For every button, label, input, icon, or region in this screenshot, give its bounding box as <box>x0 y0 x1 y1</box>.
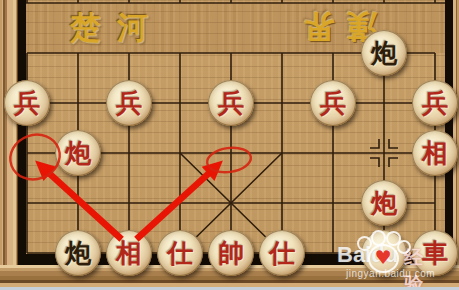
piece-red-兵[interactable]: 兵 <box>4 80 50 126</box>
piece-character: 兵 <box>320 80 346 126</box>
piece-character: 仕 <box>167 230 193 276</box>
board-frame-left <box>0 0 18 287</box>
piece-character: 炮 <box>371 180 397 226</box>
piece-character: 相 <box>422 130 448 176</box>
piece-character: 炮 <box>371 30 397 76</box>
piece-red-馬[interactable] <box>361 230 407 276</box>
piece-red-兵[interactable]: 兵 <box>412 80 458 126</box>
piece-red-帥[interactable]: 帥 <box>208 230 254 276</box>
piece-red-仕[interactable]: 仕 <box>157 230 203 276</box>
piece-red-車[interactable]: 車 <box>412 230 458 276</box>
piece-character: 炮 <box>65 130 91 176</box>
xiangqi-app-window: 楚河 漢界 炮兵兵兵兵兵炮相炮炮相仕帥仕車 Baidu 经验 jingyan.b… <box>0 0 459 290</box>
piece-red-兵[interactable]: 兵 <box>310 80 356 126</box>
piece-character: 車 <box>422 230 448 276</box>
piece-character: 帥 <box>218 230 244 276</box>
piece-character: 相 <box>116 230 142 276</box>
piece-character: 仕 <box>269 230 295 276</box>
piece-character: 兵 <box>14 80 40 126</box>
piece-character: 兵 <box>116 80 142 126</box>
piece-red-炮[interactable]: 炮 <box>361 180 407 226</box>
piece-character: 兵 <box>218 80 244 126</box>
piece-red-兵[interactable]: 兵 <box>208 80 254 126</box>
piece-black-炮[interactable]: 炮 <box>361 30 407 76</box>
piece-red-相[interactable]: 相 <box>106 230 152 276</box>
piece-red-兵[interactable]: 兵 <box>106 80 152 126</box>
river-label-chu-he: 楚河 <box>70 8 164 46</box>
piece-red-相[interactable]: 相 <box>412 130 458 176</box>
piece-character: 兵 <box>422 80 448 126</box>
piece-red-仕[interactable]: 仕 <box>259 230 305 276</box>
piece-red-炮[interactable]: 炮 <box>55 130 101 176</box>
piece-black-炮[interactable]: 炮 <box>55 230 101 276</box>
board-inner-border-left <box>18 0 26 265</box>
piece-character: 炮 <box>65 230 91 276</box>
